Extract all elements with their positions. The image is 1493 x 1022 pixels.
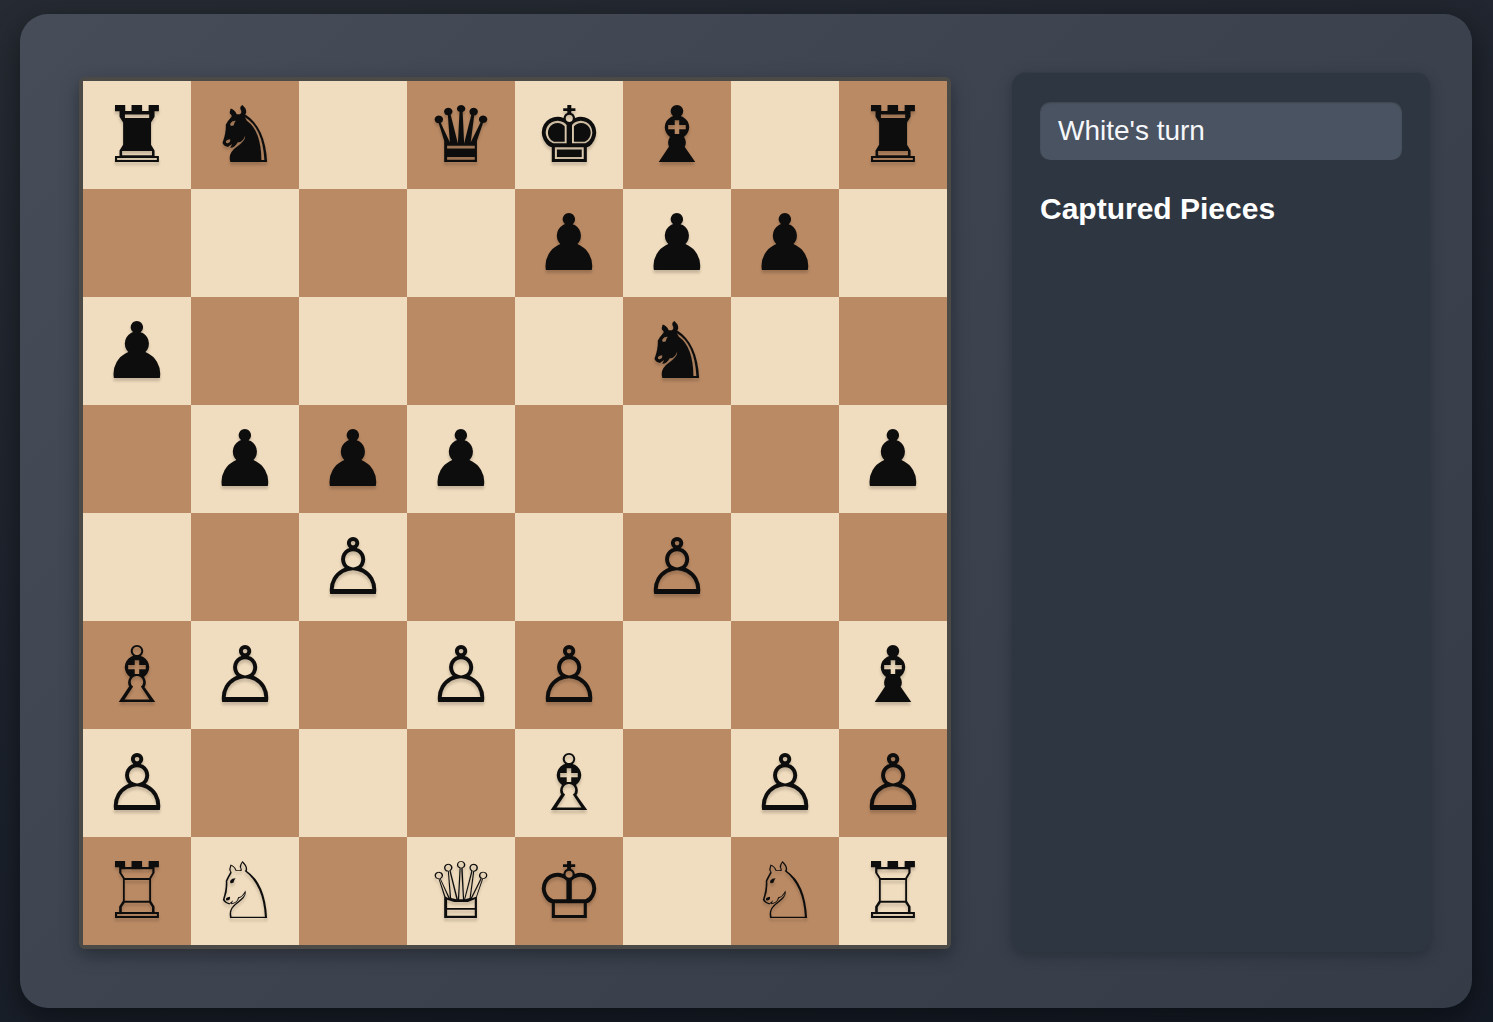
- square-f7[interactable]: ♟: [623, 189, 731, 297]
- white-knight-piece[interactable]: ♘: [731, 837, 839, 945]
- square-h1[interactable]: ♖: [839, 837, 947, 945]
- square-g2[interactable]: ♙: [731, 729, 839, 837]
- black-pawn-piece[interactable]: ♟: [731, 189, 839, 297]
- square-h7[interactable]: [839, 189, 947, 297]
- square-f8[interactable]: ♝: [623, 81, 731, 189]
- square-h8[interactable]: ♜: [839, 81, 947, 189]
- square-b5[interactable]: ♟: [191, 405, 299, 513]
- white-pawn-piece[interactable]: ♙: [191, 621, 299, 729]
- white-bishop-piece[interactable]: ♗: [83, 621, 191, 729]
- square-c8[interactable]: [299, 81, 407, 189]
- square-a7[interactable]: [83, 189, 191, 297]
- square-d7[interactable]: [407, 189, 515, 297]
- square-h3[interactable]: ♝: [839, 621, 947, 729]
- square-c5[interactable]: ♟: [299, 405, 407, 513]
- square-d6[interactable]: [407, 297, 515, 405]
- black-knight-piece[interactable]: ♞: [191, 81, 299, 189]
- square-b3[interactable]: ♙: [191, 621, 299, 729]
- square-g3[interactable]: [731, 621, 839, 729]
- black-bishop-piece[interactable]: ♝: [623, 81, 731, 189]
- square-a2[interactable]: ♙: [83, 729, 191, 837]
- square-a6[interactable]: ♟: [83, 297, 191, 405]
- white-bishop-piece[interactable]: ♗: [515, 729, 623, 837]
- square-b1[interactable]: ♘: [191, 837, 299, 945]
- black-pawn-piece[interactable]: ♟: [623, 189, 731, 297]
- turn-status-box: White's turn: [1040, 102, 1402, 160]
- square-g1[interactable]: ♘: [731, 837, 839, 945]
- square-h6[interactable]: [839, 297, 947, 405]
- square-b7[interactable]: [191, 189, 299, 297]
- white-knight-piece[interactable]: ♘: [191, 837, 299, 945]
- square-e8[interactable]: ♚: [515, 81, 623, 189]
- black-pawn-piece[interactable]: ♟: [299, 405, 407, 513]
- square-f4[interactable]: ♙: [623, 513, 731, 621]
- white-pawn-piece[interactable]: ♙: [731, 729, 839, 837]
- square-f3[interactable]: [623, 621, 731, 729]
- sidebar-panel: White's turn Captured Pieces: [1012, 72, 1430, 952]
- square-a5[interactable]: [83, 405, 191, 513]
- black-pawn-piece[interactable]: ♟: [191, 405, 299, 513]
- white-pawn-piece[interactable]: ♙: [299, 513, 407, 621]
- square-a3[interactable]: ♗: [83, 621, 191, 729]
- square-d4[interactable]: [407, 513, 515, 621]
- square-g4[interactable]: [731, 513, 839, 621]
- captured-pieces-heading: Captured Pieces: [1040, 192, 1430, 226]
- square-c7[interactable]: [299, 189, 407, 297]
- white-rook-piece[interactable]: ♖: [839, 837, 947, 945]
- app-container: ♜♞♛♚♝♜♟♟♟♟♞♟♟♟♟♙♙♗♙♙♙♝♙♗♙♙♖♘♕♔♘♖ White's…: [20, 14, 1472, 1008]
- square-d2[interactable]: [407, 729, 515, 837]
- square-g8[interactable]: [731, 81, 839, 189]
- square-e6[interactable]: [515, 297, 623, 405]
- chess-board: ♜♞♛♚♝♜♟♟♟♟♞♟♟♟♟♙♙♗♙♙♙♝♙♗♙♙♖♘♕♔♘♖: [79, 77, 951, 949]
- square-f5[interactable]: [623, 405, 731, 513]
- square-c6[interactable]: [299, 297, 407, 405]
- square-h5[interactable]: ♟: [839, 405, 947, 513]
- square-e7[interactable]: ♟: [515, 189, 623, 297]
- square-e2[interactable]: ♗: [515, 729, 623, 837]
- square-b6[interactable]: [191, 297, 299, 405]
- square-h4[interactable]: [839, 513, 947, 621]
- black-rook-piece[interactable]: ♜: [839, 81, 947, 189]
- black-knight-piece[interactable]: ♞: [623, 297, 731, 405]
- square-b8[interactable]: ♞: [191, 81, 299, 189]
- white-king-piece[interactable]: ♔: [515, 837, 623, 945]
- white-pawn-piece[interactable]: ♙: [407, 621, 515, 729]
- black-queen-piece[interactable]: ♛: [407, 81, 515, 189]
- square-d5[interactable]: ♟: [407, 405, 515, 513]
- square-h2[interactable]: ♙: [839, 729, 947, 837]
- white-pawn-piece[interactable]: ♙: [83, 729, 191, 837]
- square-a8[interactable]: ♜: [83, 81, 191, 189]
- square-b2[interactable]: [191, 729, 299, 837]
- square-e5[interactable]: [515, 405, 623, 513]
- black-pawn-piece[interactable]: ♟: [83, 297, 191, 405]
- black-pawn-piece[interactable]: ♟: [839, 405, 947, 513]
- black-pawn-piece[interactable]: ♟: [407, 405, 515, 513]
- square-g6[interactable]: [731, 297, 839, 405]
- square-c2[interactable]: [299, 729, 407, 837]
- black-rook-piece[interactable]: ♜: [83, 81, 191, 189]
- square-g7[interactable]: ♟: [731, 189, 839, 297]
- square-d8[interactable]: ♛: [407, 81, 515, 189]
- white-pawn-piece[interactable]: ♙: [623, 513, 731, 621]
- white-pawn-piece[interactable]: ♙: [839, 729, 947, 837]
- captured-pieces-area: [1040, 242, 1402, 322]
- white-pawn-piece[interactable]: ♙: [515, 621, 623, 729]
- white-queen-piece[interactable]: ♕: [407, 837, 515, 945]
- black-pawn-piece[interactable]: ♟: [515, 189, 623, 297]
- square-a1[interactable]: ♖: [83, 837, 191, 945]
- square-g5[interactable]: [731, 405, 839, 513]
- square-c1[interactable]: [299, 837, 407, 945]
- square-d1[interactable]: ♕: [407, 837, 515, 945]
- square-e4[interactable]: [515, 513, 623, 621]
- square-a4[interactable]: [83, 513, 191, 621]
- white-rook-piece[interactable]: ♖: [83, 837, 191, 945]
- square-f1[interactable]: [623, 837, 731, 945]
- square-c3[interactable]: [299, 621, 407, 729]
- square-f6[interactable]: ♞: [623, 297, 731, 405]
- square-e1[interactable]: ♔: [515, 837, 623, 945]
- turn-status-text: White's turn: [1058, 115, 1205, 147]
- square-c4[interactable]: ♙: [299, 513, 407, 621]
- black-bishop-piece[interactable]: ♝: [839, 621, 947, 729]
- square-e3[interactable]: ♙: [515, 621, 623, 729]
- square-f2[interactable]: [623, 729, 731, 837]
- square-d3[interactable]: ♙: [407, 621, 515, 729]
- square-b4[interactable]: [191, 513, 299, 621]
- black-king-piece[interactable]: ♚: [515, 81, 623, 189]
